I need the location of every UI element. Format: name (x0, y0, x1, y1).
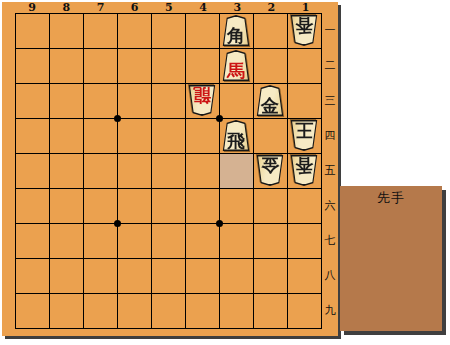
piece-shape: 香 (289, 155, 319, 186)
square-4四[interactable] (186, 119, 220, 154)
piece-face: 飛 (223, 122, 250, 150)
square-8三[interactable] (50, 84, 84, 119)
piece-shape: 金 (255, 85, 285, 116)
piece-face: 王 (291, 122, 318, 150)
square-5三[interactable] (152, 84, 186, 119)
piece-gote-promoted-rook[interactable]: 龍 (187, 85, 217, 116)
square-9二[interactable] (16, 49, 50, 84)
square-9四[interactable] (16, 119, 50, 154)
square-9一[interactable] (16, 14, 50, 49)
rank-label-1: 一 (322, 13, 338, 48)
square-8九[interactable] (50, 294, 84, 329)
square-2六[interactable] (254, 189, 288, 224)
square-5四[interactable] (152, 119, 186, 154)
square-2二[interactable] (254, 49, 288, 84)
square-5五[interactable] (152, 154, 186, 189)
square-4二[interactable] (186, 49, 220, 84)
square-1九[interactable] (288, 294, 322, 329)
square-1七[interactable] (288, 224, 322, 259)
square-3九[interactable] (220, 294, 254, 329)
square-3三[interactable] (220, 84, 254, 119)
rank-label-7: 七 (322, 223, 338, 258)
square-9六[interactable] (16, 189, 50, 224)
piece-shape: 王 (289, 120, 319, 151)
square-4一[interactable] (186, 14, 220, 49)
shogi-board: 987654321 一二三四五六七八九 角香馬龍金飛王金香 (2, 2, 338, 336)
piece-shape: 金 (255, 155, 285, 186)
square-2七[interactable] (254, 224, 288, 259)
star-point (114, 220, 121, 227)
rank-label-8: 八 (322, 258, 338, 293)
square-4六[interactable] (186, 189, 220, 224)
piece-gote-gold[interactable]: 金 (255, 155, 285, 186)
rank-label-4: 四 (322, 118, 338, 153)
square-7一[interactable] (84, 14, 118, 49)
square-8八[interactable] (50, 259, 84, 294)
piece-kanji: 金 (257, 157, 284, 176)
square-5六[interactable] (152, 189, 186, 224)
piece-shape: 龍 (187, 85, 217, 116)
square-3八[interactable] (220, 259, 254, 294)
rank-label-3: 三 (322, 83, 338, 118)
square-7六[interactable] (84, 189, 118, 224)
square-2一[interactable] (254, 14, 288, 49)
star-point (216, 220, 223, 227)
square-4七[interactable] (186, 224, 220, 259)
square-6二[interactable] (118, 49, 152, 84)
piece-kanji: 飛 (223, 131, 250, 150)
square-1三[interactable] (288, 84, 322, 119)
piece-kanji: 王 (291, 122, 318, 141)
square-8二[interactable] (50, 49, 84, 84)
square-2九[interactable] (254, 294, 288, 329)
square-8五[interactable] (50, 154, 84, 189)
square-4九[interactable] (186, 294, 220, 329)
square-8四[interactable] (50, 119, 84, 154)
square-6四[interactable] (118, 119, 152, 154)
square-5七[interactable] (152, 224, 186, 259)
rank-label-6: 六 (322, 188, 338, 223)
square-3七[interactable] (220, 224, 254, 259)
square-9九[interactable] (16, 294, 50, 329)
square-6九[interactable] (118, 294, 152, 329)
square-8一[interactable] (50, 14, 84, 49)
piece-face: 龍 (189, 87, 216, 115)
piece-face: 馬 (223, 52, 250, 80)
piece-kanji: 香 (291, 17, 318, 36)
square-4五[interactable] (186, 154, 220, 189)
piece-kanji: 金 (257, 96, 284, 115)
square-6三[interactable] (118, 84, 152, 119)
piece-kanji: 馬 (223, 61, 250, 80)
square-7二[interactable] (84, 49, 118, 84)
square-7四[interactable] (84, 119, 118, 154)
square-2四[interactable] (254, 119, 288, 154)
square-1二[interactable] (288, 49, 322, 84)
piece-face: 香 (291, 157, 318, 185)
square-9三[interactable] (16, 84, 50, 119)
square-4八[interactable] (186, 259, 220, 294)
piece-face: 金 (257, 157, 284, 185)
square-5二[interactable] (152, 49, 186, 84)
square-6一[interactable] (118, 14, 152, 49)
sente-hand-stand: 先手 (340, 186, 442, 331)
piece-sente-bishop[interactable]: 角 (221, 15, 251, 46)
rank-label-2: 二 (322, 48, 338, 83)
piece-shape: 香 (289, 15, 319, 46)
square-8七[interactable] (50, 224, 84, 259)
piece-gote-lance[interactable]: 香 (289, 155, 319, 186)
star-point (114, 115, 121, 122)
piece-shape: 馬 (221, 50, 251, 81)
piece-kanji: 龍 (189, 87, 216, 106)
square-6六[interactable] (118, 189, 152, 224)
square-5一[interactable] (152, 14, 186, 49)
square-8六[interactable] (50, 189, 84, 224)
square-2八[interactable] (254, 259, 288, 294)
shogi-diagram: 987654321 一二三四五六七八九 角香馬龍金飛王金香 先手 (0, 0, 450, 345)
square-6七[interactable] (118, 224, 152, 259)
square-6八[interactable] (118, 259, 152, 294)
piece-sente-rook[interactable]: 飛 (221, 120, 251, 151)
piece-sente-gold[interactable]: 金 (255, 85, 285, 116)
square-7九[interactable] (84, 294, 118, 329)
piece-shape: 飛 (221, 120, 251, 151)
square-5八[interactable] (152, 259, 186, 294)
piece-kanji: 香 (291, 157, 318, 176)
piece-face: 角 (223, 17, 250, 45)
rank-label-5: 五 (322, 153, 338, 188)
piece-face: 香 (291, 17, 318, 45)
square-3六[interactable] (220, 189, 254, 224)
piece-shape: 角 (221, 15, 251, 46)
piece-gote-lance[interactable]: 香 (289, 15, 319, 46)
rank-labels: 一二三四五六七八九 (322, 13, 338, 328)
square-3五[interactable] (220, 154, 254, 189)
square-9五[interactable] (16, 154, 50, 189)
rank-label-9: 九 (322, 293, 338, 328)
square-7三[interactable] (84, 84, 118, 119)
square-5九[interactable] (152, 294, 186, 329)
square-6五[interactable] (118, 154, 152, 189)
square-9八[interactable] (16, 259, 50, 294)
square-1六[interactable] (288, 189, 322, 224)
square-7八[interactable] (84, 259, 118, 294)
square-1八[interactable] (288, 259, 322, 294)
piece-face: 金 (257, 87, 284, 115)
square-9七[interactable] (16, 224, 50, 259)
piece-gote-king[interactable]: 王 (289, 120, 319, 151)
square-7七[interactable] (84, 224, 118, 259)
sente-hand-label: 先手 (340, 189, 442, 207)
piece-sente-promoted-bishop[interactable]: 馬 (221, 50, 251, 81)
square-7五[interactable] (84, 154, 118, 189)
piece-kanji: 角 (223, 26, 250, 45)
